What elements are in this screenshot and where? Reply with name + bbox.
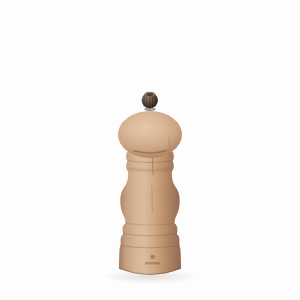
wood-crack: [152, 185, 153, 212]
product-photo: [0, 0, 300, 300]
pepper-mill-image: [0, 0, 300, 300]
knob-top-recess: [146, 93, 153, 96]
mill-ball-head: [118, 111, 182, 158]
